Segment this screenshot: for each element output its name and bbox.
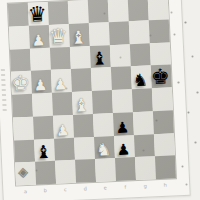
photo-frame: ◈♛♟♛♝♝♚♟♟♞♚♝♟♟♝♞♟ abcdefgh: [0, 0, 200, 200]
black-bishop-e6: ♝: [89, 44, 110, 68]
file-label-f: f: [115, 182, 135, 191]
black-queen-b8: ♛: [27, 1, 48, 25]
vinyl-chess-mat: ◈♛♟♛♝♝♚♟♟♞♚♝♟♟♝♞♟ abcdefgh: [0, 0, 191, 200]
white-pawn-b7: ♟: [28, 24, 49, 48]
white-king-a5: ♚: [10, 70, 31, 94]
pieces-layer: ◈♛♟♛♝♝♚♟♟♞♚♝♟♟♝♞♟: [7, 0, 175, 185]
file-label-d: d: [75, 184, 95, 193]
black-pawn-f2: ♟: [113, 134, 134, 158]
white-pawn-c3: ♟: [52, 114, 73, 138]
white-queen-c7: ♛: [48, 23, 69, 47]
white-pawn-c5: ♟: [50, 68, 71, 92]
black-king-h5: ♚: [150, 64, 171, 88]
file-label-g: g: [135, 181, 155, 190]
file-label-c: c: [55, 185, 75, 194]
white-pawn-b5: ♟: [30, 69, 51, 93]
illegible-brand-text: [1, 69, 7, 111]
white-knight-e2: ♞: [93, 135, 114, 159]
file-label-a: a: [15, 187, 35, 196]
white-bishop-d4: ♝: [71, 90, 92, 114]
black-pawn-f3: ♟: [112, 111, 133, 135]
black-bishop-b2: ♝: [33, 137, 54, 161]
black-knight-g5: ♞: [130, 65, 151, 89]
film-grain: [0, 0, 1, 1]
white-bishop-d7: ♝: [68, 22, 89, 46]
file-label-h: h: [155, 180, 175, 189]
file-label-e: e: [95, 183, 115, 192]
board-corner-logo: ◈: [18, 165, 29, 178]
file-label-b: b: [35, 186, 55, 195]
